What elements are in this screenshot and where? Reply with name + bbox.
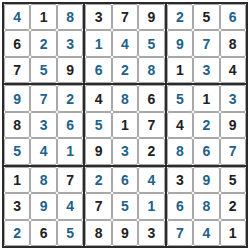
- cell-r1c6[interactable]: 9: [138, 4, 164, 30]
- cell-r3c5[interactable]: 2: [112, 57, 138, 83]
- sudoku-box-9: 395682741: [167, 167, 246, 246]
- cell-r4c1[interactable]: 9: [4, 85, 30, 111]
- cell-r6c2[interactable]: 4: [30, 138, 56, 164]
- cell-r8c7[interactable]: 6: [167, 193, 193, 219]
- cell-r9c5[interactable]: 9: [112, 220, 138, 246]
- cell-r2c8[interactable]: 7: [193, 30, 219, 56]
- cell-r8c2[interactable]: 9: [30, 193, 56, 219]
- cell-r4c5[interactable]: 8: [112, 85, 138, 111]
- cell-r1c5[interactable]: 7: [112, 4, 138, 30]
- sudoku-box-1: 418623759: [4, 4, 83, 83]
- cell-r8c3[interactable]: 4: [57, 193, 83, 219]
- sudoku-box-8: 264751893: [85, 167, 164, 246]
- cell-r5c2[interactable]: 3: [30, 112, 56, 138]
- cell-r5c4[interactable]: 5: [85, 112, 111, 138]
- cell-r8c6[interactable]: 1: [138, 193, 164, 219]
- cell-r9c4[interactable]: 8: [85, 220, 111, 246]
- cell-r5c3[interactable]: 6: [57, 112, 83, 138]
- cell-r8c8[interactable]: 8: [193, 193, 219, 219]
- cell-r9c1[interactable]: 2: [4, 220, 30, 246]
- cell-r2c6[interactable]: 5: [138, 30, 164, 56]
- sudoku-box-6: 513429867: [167, 85, 246, 164]
- cell-r2c9[interactable]: 8: [220, 30, 246, 56]
- sudoku-box-3: 256978134: [167, 4, 246, 83]
- cell-r2c1[interactable]: 6: [4, 30, 30, 56]
- cell-r1c7[interactable]: 2: [167, 4, 193, 30]
- cell-r7c1[interactable]: 1: [4, 167, 30, 193]
- sudoku-box-7: 187394265: [4, 167, 83, 246]
- cell-r3c1[interactable]: 7: [4, 57, 30, 83]
- cell-r7c3[interactable]: 7: [57, 167, 83, 193]
- cell-r9c8[interactable]: 4: [193, 220, 219, 246]
- cell-r1c2[interactable]: 1: [30, 4, 56, 30]
- cell-r7c9[interactable]: 5: [220, 167, 246, 193]
- cell-r5c7[interactable]: 4: [167, 112, 193, 138]
- sudoku-box-5: 486517932: [85, 85, 164, 164]
- cell-r5c1[interactable]: 8: [4, 112, 30, 138]
- cell-r3c8[interactable]: 3: [193, 57, 219, 83]
- sudoku-board: 4186237593791456282569781349728365414865…: [2, 2, 248, 248]
- cell-r6c4[interactable]: 9: [85, 138, 111, 164]
- cell-r7c5[interactable]: 6: [112, 167, 138, 193]
- cell-r4c8[interactable]: 1: [193, 85, 219, 111]
- cell-r7c2[interactable]: 8: [30, 167, 56, 193]
- cell-r1c4[interactable]: 3: [85, 4, 111, 30]
- cell-r3c7[interactable]: 1: [167, 57, 193, 83]
- cell-r3c2[interactable]: 5: [30, 57, 56, 83]
- cell-r5c8[interactable]: 2: [193, 112, 219, 138]
- cell-r6c7[interactable]: 8: [167, 138, 193, 164]
- sudoku-box-2: 379145628: [85, 4, 164, 83]
- cell-r1c8[interactable]: 5: [193, 4, 219, 30]
- cell-r6c1[interactable]: 5: [4, 138, 30, 164]
- cell-r5c6[interactable]: 7: [138, 112, 164, 138]
- cell-r9c2[interactable]: 6: [30, 220, 56, 246]
- cell-r4c7[interactable]: 5: [167, 85, 193, 111]
- cell-r3c3[interactable]: 9: [57, 57, 83, 83]
- cell-r9c9[interactable]: 1: [220, 220, 246, 246]
- cell-r6c5[interactable]: 3: [112, 138, 138, 164]
- cell-r4c6[interactable]: 6: [138, 85, 164, 111]
- cell-r9c7[interactable]: 7: [167, 220, 193, 246]
- cell-r5c9[interactable]: 9: [220, 112, 246, 138]
- cell-r4c9[interactable]: 3: [220, 85, 246, 111]
- cell-r3c6[interactable]: 8: [138, 57, 164, 83]
- cell-r4c4[interactable]: 4: [85, 85, 111, 111]
- cell-r2c4[interactable]: 1: [85, 30, 111, 56]
- cell-r2c2[interactable]: 2: [30, 30, 56, 56]
- sudoku-box-4: 972836541: [4, 85, 83, 164]
- cell-r7c4[interactable]: 2: [85, 167, 111, 193]
- cell-r4c2[interactable]: 7: [30, 85, 56, 111]
- cell-r6c3[interactable]: 1: [57, 138, 83, 164]
- cell-r7c7[interactable]: 3: [167, 167, 193, 193]
- cell-r1c3[interactable]: 8: [57, 4, 83, 30]
- cell-r1c1[interactable]: 4: [4, 4, 30, 30]
- cell-r8c1[interactable]: 3: [4, 193, 30, 219]
- cell-r8c5[interactable]: 5: [112, 193, 138, 219]
- cell-r8c4[interactable]: 7: [85, 193, 111, 219]
- cell-r6c9[interactable]: 7: [220, 138, 246, 164]
- cell-r9c3[interactable]: 5: [57, 220, 83, 246]
- cell-r2c3[interactable]: 3: [57, 30, 83, 56]
- cell-r7c6[interactable]: 4: [138, 167, 164, 193]
- cell-r1c9[interactable]: 6: [220, 4, 246, 30]
- cell-r9c6[interactable]: 3: [138, 220, 164, 246]
- cell-r2c5[interactable]: 4: [112, 30, 138, 56]
- cell-r2c7[interactable]: 9: [167, 30, 193, 56]
- cell-r8c9[interactable]: 2: [220, 193, 246, 219]
- cell-r3c4[interactable]: 6: [85, 57, 111, 83]
- cell-r7c8[interactable]: 9: [193, 167, 219, 193]
- cell-r5c5[interactable]: 1: [112, 112, 138, 138]
- cell-r6c6[interactable]: 2: [138, 138, 164, 164]
- cell-r6c8[interactable]: 6: [193, 138, 219, 164]
- cell-r4c3[interactable]: 2: [57, 85, 83, 111]
- cell-r3c9[interactable]: 4: [220, 57, 246, 83]
